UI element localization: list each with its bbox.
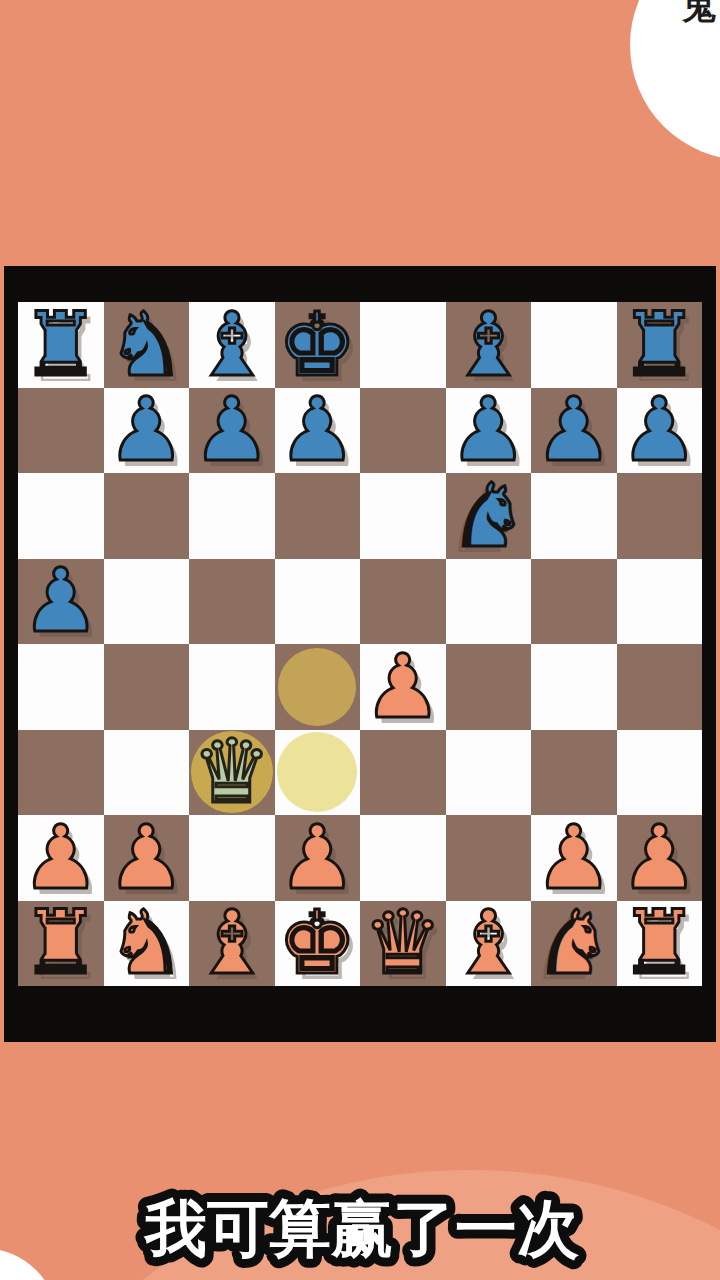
chess-board-frame: ♜♞♝♚♝♜♟♟♟♟♟♟♞♟♟♛♟♟♟♟♟♜♞♝♚♛♝♞♜ bbox=[4, 266, 716, 1042]
square-b1[interactable]: ♞ bbox=[104, 901, 190, 987]
piece-orange-knight-b1[interactable]: ♞ bbox=[107, 899, 186, 987]
square-g1[interactable]: ♞ bbox=[531, 901, 617, 987]
square-b6[interactable] bbox=[104, 473, 190, 559]
square-h5[interactable] bbox=[617, 559, 703, 645]
move-hint-d3[interactable] bbox=[277, 732, 357, 812]
square-a4[interactable] bbox=[18, 644, 104, 730]
square-g3[interactable] bbox=[531, 730, 617, 816]
square-d6[interactable] bbox=[275, 473, 361, 559]
square-a8[interactable]: ♜ bbox=[18, 302, 104, 388]
piece-blue-pawn-b7[interactable]: ♟ bbox=[107, 386, 186, 474]
square-c7[interactable]: ♟ bbox=[189, 388, 275, 474]
piece-blue-knight-b8[interactable]: ♞ bbox=[107, 301, 186, 389]
square-e2[interactable] bbox=[360, 815, 446, 901]
square-d2[interactable]: ♟ bbox=[275, 815, 361, 901]
square-g7[interactable]: ♟ bbox=[531, 388, 617, 474]
square-d3[interactable] bbox=[275, 730, 361, 816]
piece-blue-pawn-a5[interactable]: ♟ bbox=[21, 557, 100, 645]
square-d1[interactable]: ♚ bbox=[275, 901, 361, 987]
square-a2[interactable]: ♟ bbox=[18, 815, 104, 901]
move-hint-d4[interactable] bbox=[278, 648, 356, 726]
square-e7[interactable] bbox=[360, 388, 446, 474]
square-h4[interactable] bbox=[617, 644, 703, 730]
square-c1[interactable]: ♝ bbox=[189, 901, 275, 987]
square-h8[interactable]: ♜ bbox=[617, 302, 703, 388]
square-g8[interactable] bbox=[531, 302, 617, 388]
square-e3[interactable] bbox=[360, 730, 446, 816]
piece-orange-knight-g1[interactable]: ♞ bbox=[534, 899, 613, 987]
piece-blue-pawn-h7[interactable]: ♟ bbox=[620, 386, 699, 474]
square-h1[interactable]: ♜ bbox=[617, 901, 703, 987]
square-c4[interactable] bbox=[189, 644, 275, 730]
square-h3[interactable] bbox=[617, 730, 703, 816]
chess-board: ♜♞♝♚♝♜♟♟♟♟♟♟♞♟♟♛♟♟♟♟♟♜♞♝♚♛♝♞♜ bbox=[18, 302, 702, 986]
square-e4[interactable]: ♟ bbox=[360, 644, 446, 730]
piece-blue-king-d8[interactable]: ♚ bbox=[278, 301, 357, 389]
square-a3[interactable] bbox=[18, 730, 104, 816]
square-g6[interactable] bbox=[531, 473, 617, 559]
square-e1[interactable]: ♛ bbox=[360, 901, 446, 987]
square-f5[interactable] bbox=[446, 559, 532, 645]
piece-blue-bishop-c8[interactable]: ♝ bbox=[192, 301, 271, 389]
square-f2[interactable] bbox=[446, 815, 532, 901]
piece-orange-pawn-a2[interactable]: ♟ bbox=[21, 814, 100, 902]
square-f8[interactable]: ♝ bbox=[446, 302, 532, 388]
square-b4[interactable] bbox=[104, 644, 190, 730]
piece-blue-knight-f6[interactable]: ♞ bbox=[449, 472, 528, 560]
piece-blue-queen-c3[interactable]: ♛ bbox=[192, 728, 271, 816]
square-b7[interactable]: ♟ bbox=[104, 388, 190, 474]
piece-blue-pawn-f7[interactable]: ♟ bbox=[449, 386, 528, 474]
piece-orange-king-d1[interactable]: ♚ bbox=[278, 899, 357, 987]
square-c8[interactable]: ♝ bbox=[189, 302, 275, 388]
square-a6[interactable] bbox=[18, 473, 104, 559]
square-c3[interactable]: ♛ bbox=[189, 730, 275, 816]
piece-orange-rook-a1[interactable]: ♜ bbox=[21, 899, 100, 987]
square-g4[interactable] bbox=[531, 644, 617, 730]
piece-blue-pawn-g7[interactable]: ♟ bbox=[534, 386, 613, 474]
piece-orange-pawn-d2[interactable]: ♟ bbox=[278, 814, 357, 902]
square-e6[interactable] bbox=[360, 473, 446, 559]
square-b8[interactable]: ♞ bbox=[104, 302, 190, 388]
piece-blue-rook-h8[interactable]: ♜ bbox=[620, 301, 699, 389]
screen: 鬼 ♜♞♝♚♝♜♟♟♟♟♟♟♞♟♟♛♟♟♟♟♟♜♞♝♚♛♝♞♜ 我可算赢了一次 … bbox=[0, 0, 720, 1280]
caption-text: 我可算赢了一次 bbox=[143, 1192, 579, 1265]
square-a1[interactable]: ♜ bbox=[18, 901, 104, 987]
square-c2[interactable] bbox=[189, 815, 275, 901]
piece-orange-queen-e1[interactable]: ♛ bbox=[363, 899, 442, 987]
piece-orange-bishop-f1[interactable]: ♝ bbox=[449, 899, 528, 987]
square-d7[interactable]: ♟ bbox=[275, 388, 361, 474]
square-a5[interactable]: ♟ bbox=[18, 559, 104, 645]
square-c5[interactable] bbox=[189, 559, 275, 645]
square-e5[interactable] bbox=[360, 559, 446, 645]
square-f7[interactable]: ♟ bbox=[446, 388, 532, 474]
square-h2[interactable]: ♟ bbox=[617, 815, 703, 901]
square-f1[interactable]: ♝ bbox=[446, 901, 532, 987]
piece-orange-bishop-c1[interactable]: ♝ bbox=[192, 899, 271, 987]
square-f4[interactable] bbox=[446, 644, 532, 730]
piece-orange-pawn-g2[interactable]: ♟ bbox=[534, 814, 613, 902]
watermark-text: 鬼 bbox=[682, 0, 716, 30]
square-g5[interactable] bbox=[531, 559, 617, 645]
square-d5[interactable] bbox=[275, 559, 361, 645]
square-h6[interactable] bbox=[617, 473, 703, 559]
square-b2[interactable]: ♟ bbox=[104, 815, 190, 901]
piece-orange-rook-h1[interactable]: ♜ bbox=[620, 899, 699, 987]
piece-orange-pawn-b2[interactable]: ♟ bbox=[107, 814, 186, 902]
square-d8[interactable]: ♚ bbox=[275, 302, 361, 388]
square-a7[interactable] bbox=[18, 388, 104, 474]
piece-blue-rook-a8[interactable]: ♜ bbox=[21, 301, 100, 389]
piece-blue-bishop-f8[interactable]: ♝ bbox=[449, 301, 528, 389]
piece-blue-pawn-d7[interactable]: ♟ bbox=[278, 386, 357, 474]
square-b5[interactable] bbox=[104, 559, 190, 645]
piece-orange-pawn-e4[interactable]: ♟ bbox=[363, 643, 442, 731]
square-d4[interactable] bbox=[275, 644, 361, 730]
square-f3[interactable] bbox=[446, 730, 532, 816]
piece-orange-pawn-h2[interactable]: ♟ bbox=[620, 814, 699, 902]
square-c6[interactable] bbox=[189, 473, 275, 559]
square-b3[interactable] bbox=[104, 730, 190, 816]
piece-blue-pawn-c7[interactable]: ♟ bbox=[192, 386, 271, 474]
square-h7[interactable]: ♟ bbox=[617, 388, 703, 474]
square-g2[interactable]: ♟ bbox=[531, 815, 617, 901]
square-f6[interactable]: ♞ bbox=[446, 473, 532, 559]
caption: 我可算赢了一次 我可算赢了一次 bbox=[0, 1150, 720, 1280]
square-e8[interactable] bbox=[360, 302, 446, 388]
